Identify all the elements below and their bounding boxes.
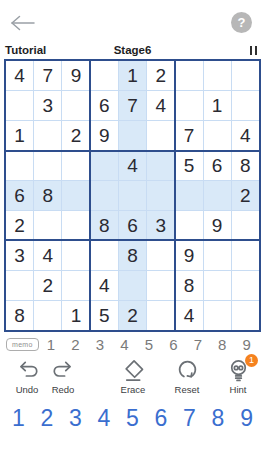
- cell-r5c9[interactable]: 2: [232, 181, 259, 210]
- memo-number-6[interactable]: 6: [161, 336, 185, 353]
- cell-r7c1[interactable]: 3: [6, 241, 33, 270]
- cell-r8c2[interactable]: 2: [34, 271, 61, 300]
- cell-r8c4[interactable]: 4: [91, 271, 118, 300]
- erase-label: Erace: [121, 384, 146, 395]
- cell-r4c4[interactable]: [91, 151, 118, 180]
- pause-icon: [250, 46, 253, 55]
- cell-r5c4[interactable]: [91, 181, 118, 210]
- cell-r2c7[interactable]: [175, 91, 202, 120]
- numpad-button-1[interactable]: 1: [12, 406, 25, 431]
- eraser-icon: [120, 357, 147, 384]
- cell-r1c4[interactable]: [91, 61, 118, 90]
- redo-button[interactable]: Redo: [45, 357, 81, 399]
- cell-r1c1[interactable]: 4: [6, 61, 33, 90]
- memo-number-5[interactable]: 5: [137, 336, 161, 353]
- cell-r3c4[interactable]: 9: [91, 121, 118, 150]
- pause-button[interactable]: [250, 46, 258, 55]
- cell-r3c7[interactable]: 7: [175, 121, 202, 150]
- cell-r9c9[interactable]: [232, 301, 259, 330]
- cell-r1c2[interactable]: 7: [34, 61, 61, 90]
- numpad-button-3[interactable]: 3: [69, 406, 82, 431]
- cell-r5c1[interactable]: 6: [6, 181, 33, 210]
- hint-button[interactable]: 1 Hint: [220, 357, 256, 399]
- reset-label: Reset: [175, 384, 200, 395]
- cell-r6c8[interactable]: 9: [204, 211, 231, 240]
- cell-r6c9[interactable]: [232, 211, 259, 240]
- cell-r8c9[interactable]: [232, 271, 259, 300]
- cell-r7c6[interactable]: [147, 241, 174, 270]
- memo-number-8[interactable]: 8: [210, 336, 234, 353]
- undo-label: Undo: [16, 384, 39, 395]
- reset-button[interactable]: Reset: [169, 357, 205, 399]
- memo-numbers: 123456789: [39, 336, 259, 353]
- cell-r1c3[interactable]: 9: [62, 61, 89, 90]
- memo-number-9[interactable]: 9: [235, 336, 259, 353]
- cell-r2c6[interactable]: 4: [147, 91, 174, 120]
- numpad-button-5[interactable]: 5: [126, 406, 139, 431]
- cell-r4c1[interactable]: [6, 151, 33, 180]
- cell-r9c1[interactable]: 8: [6, 301, 33, 330]
- cell-r9c2[interactable]: [34, 301, 61, 330]
- cell-r1c9[interactable]: [232, 61, 259, 90]
- cell-r1c7[interactable]: [175, 61, 202, 90]
- cell-r4c8[interactable]: 6: [204, 151, 231, 180]
- cell-r9c7[interactable]: 4: [175, 301, 202, 330]
- cell-r2c9[interactable]: [232, 91, 259, 120]
- cell-r4c3[interactable]: [62, 151, 89, 180]
- memo-number-2[interactable]: 2: [63, 336, 87, 353]
- cell-r6c5[interactable]: 6: [119, 211, 146, 240]
- cell-r8c1[interactable]: [6, 271, 33, 300]
- help-icon: ?: [238, 15, 246, 30]
- memo-number-1[interactable]: 1: [39, 336, 63, 353]
- cell-r1c8[interactable]: [204, 61, 231, 90]
- redo-icon: [50, 357, 77, 384]
- numpad-button-8[interactable]: 8: [212, 406, 225, 431]
- sudoku-board: 479123674112974456868228639348924881524: [4, 59, 261, 332]
- cell-r8c5[interactable]: [119, 271, 146, 300]
- cell-r8c3[interactable]: [62, 271, 89, 300]
- reset-icon: [174, 357, 201, 384]
- hint-badge: 1: [245, 354, 258, 367]
- cell-r3c2[interactable]: [34, 121, 61, 150]
- cell-r5c7[interactable]: [175, 181, 202, 210]
- cell-r2c8[interactable]: 1: [204, 91, 231, 120]
- help-button[interactable]: ?: [231, 12, 252, 33]
- cell-r3c9[interactable]: 4: [232, 121, 259, 150]
- cell-r4c6[interactable]: [147, 151, 174, 180]
- cell-r5c2[interactable]: 8: [34, 181, 61, 210]
- cell-r5c6[interactable]: [147, 181, 174, 210]
- cell-r9c3[interactable]: 1: [62, 301, 89, 330]
- back-arrow-icon: [10, 14, 36, 32]
- undo-button[interactable]: Undo: [9, 357, 45, 399]
- cell-r5c5[interactable]: [119, 181, 146, 210]
- cell-r4c5[interactable]: 4: [119, 151, 146, 180]
- cell-r2c1[interactable]: [6, 91, 33, 120]
- cell-r3c6[interactable]: [147, 121, 174, 150]
- hint-label: Hint: [230, 384, 247, 395]
- cell-r6c3[interactable]: [62, 211, 89, 240]
- cell-r1c6[interactable]: 2: [147, 61, 174, 90]
- cell-r3c8[interactable]: [204, 121, 231, 150]
- redo-label: Redo: [52, 384, 75, 395]
- cell-r7c7[interactable]: 9: [175, 241, 202, 270]
- cell-r8c8[interactable]: [204, 271, 231, 300]
- cell-r7c3[interactable]: [62, 241, 89, 270]
- stage-label: Stage6: [114, 44, 152, 56]
- cell-r9c8[interactable]: [204, 301, 231, 330]
- cell-r2c3[interactable]: [62, 91, 89, 120]
- numpad-button-4[interactable]: 4: [98, 406, 111, 431]
- memo-number-4[interactable]: 4: [112, 336, 136, 353]
- cell-r3c5[interactable]: [119, 121, 146, 150]
- toolbar: Undo Redo Erace Reset 1 H: [0, 357, 265, 399]
- cell-r6c1[interactable]: 2: [6, 211, 33, 240]
- memo-toggle-button[interactable]: memo: [6, 338, 39, 351]
- erase-button[interactable]: Erace: [115, 357, 151, 399]
- cell-r5c3[interactable]: [62, 181, 89, 210]
- cell-r5c8[interactable]: [204, 181, 231, 210]
- cell-r7c5[interactable]: 8: [119, 241, 146, 270]
- top-bar: ?: [0, 0, 265, 34]
- memo-row: memo 123456789: [0, 337, 265, 352]
- cell-r6c2[interactable]: [34, 211, 61, 240]
- pause-icon: [255, 46, 258, 55]
- back-button[interactable]: [10, 14, 36, 32]
- number-pad: 123456789: [0, 406, 265, 431]
- sudoku-grid: 479123674112974456868228639348924881524: [6, 61, 259, 330]
- cell-r4c7[interactable]: 5: [175, 151, 202, 180]
- cell-r7c8[interactable]: [204, 241, 231, 270]
- cell-r6c6[interactable]: 3: [147, 211, 174, 240]
- cell-r1c5[interactable]: 1: [119, 61, 146, 90]
- numpad-button-9[interactable]: 9: [240, 406, 253, 431]
- sub-header: Tutorial Stage6: [0, 41, 265, 56]
- cell-r2c2[interactable]: 3: [34, 91, 61, 120]
- cell-r3c1[interactable]: 1: [6, 121, 33, 150]
- cell-r8c7[interactable]: 8: [175, 271, 202, 300]
- cell-r6c7[interactable]: [175, 211, 202, 240]
- level-label: Tutorial: [5, 44, 46, 56]
- cell-r2c4[interactable]: 6: [91, 91, 118, 120]
- numpad-button-6[interactable]: 6: [155, 406, 168, 431]
- cell-r9c5[interactable]: 2: [119, 301, 146, 330]
- numpad-button-7[interactable]: 7: [183, 406, 196, 431]
- cell-r3c3[interactable]: 2: [62, 121, 89, 150]
- cell-r9c4[interactable]: 5: [91, 301, 118, 330]
- memo-number-3[interactable]: 3: [88, 336, 112, 353]
- cell-r7c2[interactable]: 4: [34, 241, 61, 270]
- cell-r6c4[interactable]: 8: [91, 211, 118, 240]
- cell-r7c9[interactable]: [232, 241, 259, 270]
- cell-r4c2[interactable]: [34, 151, 61, 180]
- cell-r4c9[interactable]: 8: [232, 151, 259, 180]
- cell-r7c4[interactable]: [91, 241, 118, 270]
- cell-r2c5[interactable]: 7: [119, 91, 146, 120]
- undo-icon: [14, 357, 41, 384]
- memo-number-7[interactable]: 7: [186, 336, 210, 353]
- cell-r8c6[interactable]: [147, 271, 174, 300]
- numpad-button-2[interactable]: 2: [41, 406, 54, 431]
- cell-r9c6[interactable]: [147, 301, 174, 330]
